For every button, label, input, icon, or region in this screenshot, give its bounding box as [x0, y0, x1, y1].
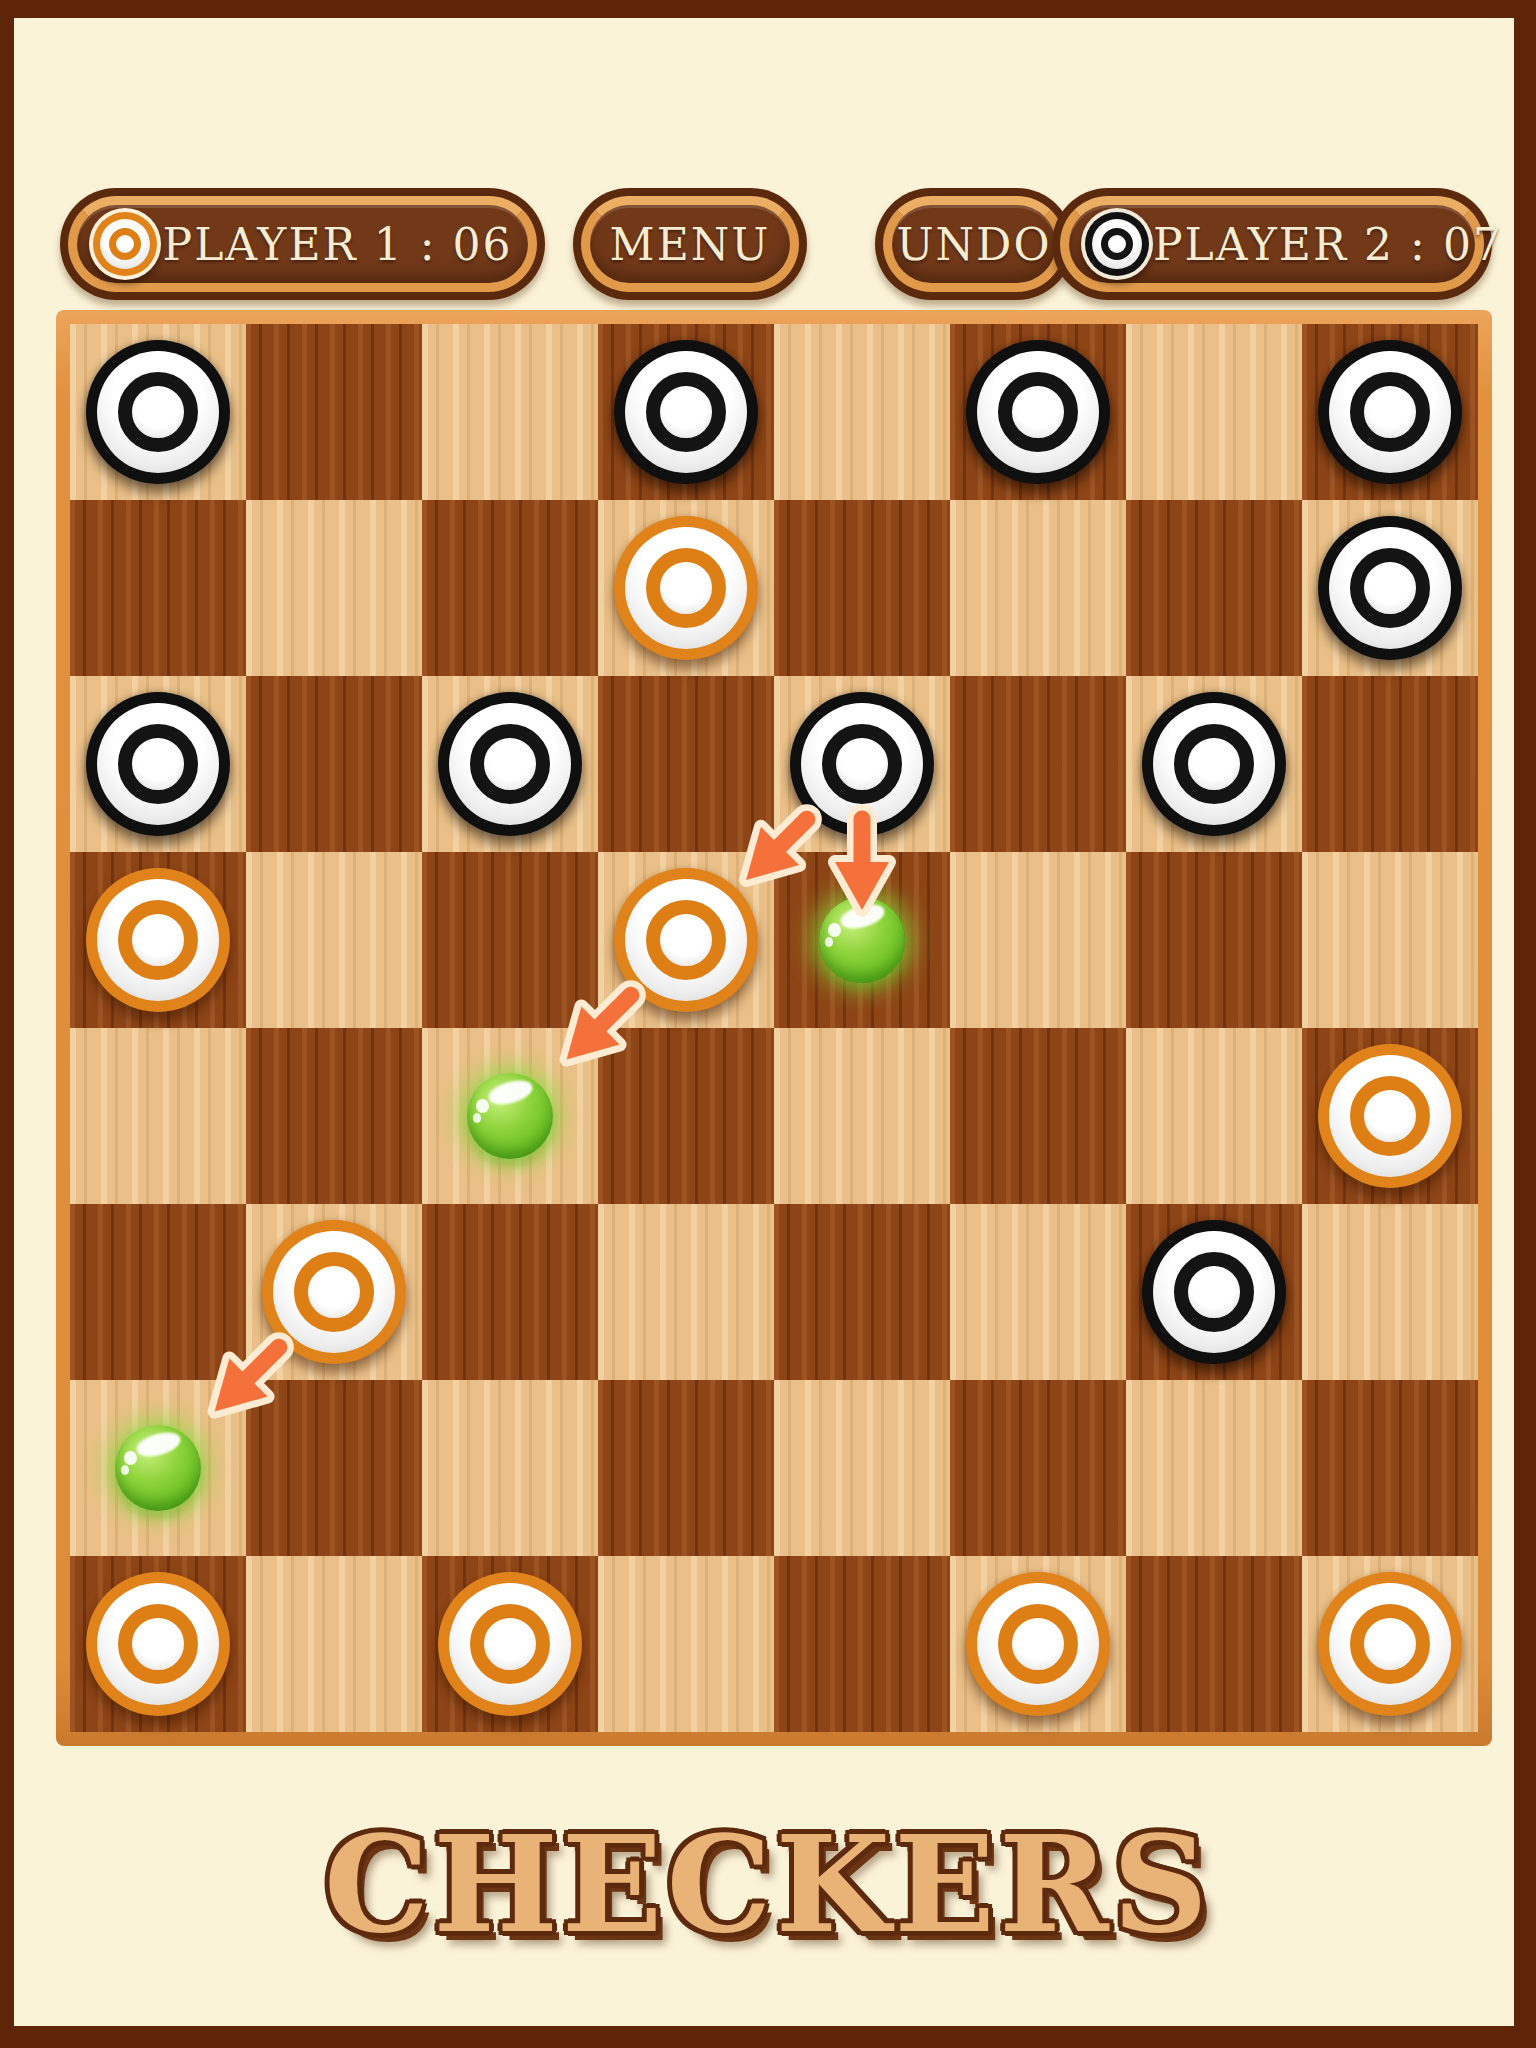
square-r1c4[interactable]: [598, 324, 774, 500]
square-r8c6[interactable]: [950, 1556, 1126, 1732]
square-r7c1[interactable]: [70, 1380, 246, 1556]
square-r7c4[interactable]: [598, 1380, 774, 1556]
right-bar: [1514, 0, 1536, 2048]
square-r5c5[interactable]: [774, 1028, 950, 1204]
orange-checker[interactable]: [438, 1572, 582, 1716]
square-r3c8[interactable]: [1302, 676, 1478, 852]
player2-label: PLAYER 2 : 07: [1153, 219, 1517, 270]
player1-checker-icon: [89, 208, 161, 280]
orange-checker[interactable]: [1318, 1044, 1462, 1188]
square-r3c7[interactable]: [1126, 676, 1302, 852]
menu-label: MENU: [610, 219, 771, 270]
square-r3c4[interactable]: [598, 676, 774, 852]
square-r8c3[interactable]: [422, 1556, 598, 1732]
black-checker[interactable]: [1142, 1220, 1286, 1364]
square-r7c3[interactable]: [422, 1380, 598, 1556]
orange-checker[interactable]: [966, 1572, 1110, 1716]
orange-checker[interactable]: [262, 1220, 406, 1364]
orange-checker[interactable]: [614, 868, 758, 1012]
top-bar: [0, 0, 1536, 18]
menu-button[interactable]: MENU: [573, 188, 807, 300]
square-r5c1[interactable]: [70, 1028, 246, 1204]
undo-button[interactable]: UNDO: [875, 188, 1073, 300]
square-r2c3[interactable]: [422, 500, 598, 676]
square-r6c2[interactable]: [246, 1204, 422, 1380]
square-r5c8[interactable]: [1302, 1028, 1478, 1204]
square-r4c5[interactable]: [774, 852, 950, 1028]
square-r4c3[interactable]: [422, 852, 598, 1028]
square-r5c3[interactable]: [422, 1028, 598, 1204]
orange-checker[interactable]: [614, 516, 758, 660]
square-r3c1[interactable]: [70, 676, 246, 852]
square-r7c5[interactable]: [774, 1380, 950, 1556]
square-r2c4[interactable]: [598, 500, 774, 676]
square-r6c5[interactable]: [774, 1204, 950, 1380]
square-r1c2[interactable]: [246, 324, 422, 500]
player1-label: PLAYER 1 : 06: [161, 219, 528, 270]
player1-button[interactable]: PLAYER 1 : 06: [60, 188, 545, 300]
game-title: CHECKERS: [0, 1812, 1536, 1957]
square-r6c1[interactable]: [70, 1204, 246, 1380]
black-checker[interactable]: [614, 340, 758, 484]
square-r4c4[interactable]: [598, 852, 774, 1028]
square-r6c8[interactable]: [1302, 1204, 1478, 1380]
square-r1c1[interactable]: [70, 324, 246, 500]
black-checker[interactable]: [1318, 340, 1462, 484]
square-r2c8[interactable]: [1302, 500, 1478, 676]
left-bar: [0, 0, 14, 2048]
board-frame: [56, 310, 1492, 1746]
black-checker[interactable]: [966, 340, 1110, 484]
square-r4c8[interactable]: [1302, 852, 1478, 1028]
black-checker[interactable]: [1318, 516, 1462, 660]
square-r7c8[interactable]: [1302, 1380, 1478, 1556]
square-r8c7[interactable]: [1126, 1556, 1302, 1732]
square-r4c1[interactable]: [70, 852, 246, 1028]
square-r1c8[interactable]: [1302, 324, 1478, 500]
square-r6c3[interactable]: [422, 1204, 598, 1380]
square-r6c6[interactable]: [950, 1204, 1126, 1380]
square-r4c7[interactable]: [1126, 852, 1302, 1028]
move-highlight-ball[interactable]: [467, 1073, 553, 1159]
square-r7c6[interactable]: [950, 1380, 1126, 1556]
square-r8c2[interactable]: [246, 1556, 422, 1732]
square-r7c2[interactable]: [246, 1380, 422, 1556]
square-r3c2[interactable]: [246, 676, 422, 852]
move-highlight-ball[interactable]: [819, 897, 905, 983]
orange-checker[interactable]: [86, 1572, 230, 1716]
black-checker[interactable]: [1142, 692, 1286, 836]
square-r5c7[interactable]: [1126, 1028, 1302, 1204]
square-r4c2[interactable]: [246, 852, 422, 1028]
square-r8c4[interactable]: [598, 1556, 774, 1732]
square-r2c5[interactable]: [774, 500, 950, 676]
black-checker[interactable]: [86, 692, 230, 836]
square-r2c1[interactable]: [70, 500, 246, 676]
app-root: PLAYER 1 : 06 MENU UNDO PLAYER 2 : 07 CH…: [0, 0, 1536, 2048]
square-r3c3[interactable]: [422, 676, 598, 852]
square-r3c5[interactable]: [774, 676, 950, 852]
bottom-bar: [0, 2026, 1536, 2048]
square-r5c6[interactable]: [950, 1028, 1126, 1204]
square-r5c2[interactable]: [246, 1028, 422, 1204]
move-highlight-ball[interactable]: [115, 1425, 201, 1511]
player2-checker-icon: [1081, 208, 1153, 280]
square-r1c3[interactable]: [422, 324, 598, 500]
square-r6c4[interactable]: [598, 1204, 774, 1380]
square-r4c6[interactable]: [950, 852, 1126, 1028]
square-r1c7[interactable]: [1126, 324, 1302, 500]
square-r3c6[interactable]: [950, 676, 1126, 852]
square-r8c1[interactable]: [70, 1556, 246, 1732]
orange-checker[interactable]: [86, 868, 230, 1012]
checkers-board: [70, 324, 1478, 1732]
player2-button[interactable]: PLAYER 2 : 07: [1052, 188, 1492, 300]
black-checker[interactable]: [86, 340, 230, 484]
square-r2c7[interactable]: [1126, 500, 1302, 676]
square-r8c5[interactable]: [774, 1556, 950, 1732]
square-r1c5[interactable]: [774, 324, 950, 500]
black-checker[interactable]: [438, 692, 582, 836]
square-r7c7[interactable]: [1126, 1380, 1302, 1556]
square-r5c4[interactable]: [598, 1028, 774, 1204]
square-r2c2[interactable]: [246, 500, 422, 676]
black-checker[interactable]: [790, 692, 934, 836]
square-r8c8[interactable]: [1302, 1556, 1478, 1732]
undo-label: UNDO: [897, 219, 1052, 270]
square-r2c6[interactable]: [950, 500, 1126, 676]
orange-checker[interactable]: [1318, 1572, 1462, 1716]
square-r6c7[interactable]: [1126, 1204, 1302, 1380]
square-r1c6[interactable]: [950, 324, 1126, 500]
